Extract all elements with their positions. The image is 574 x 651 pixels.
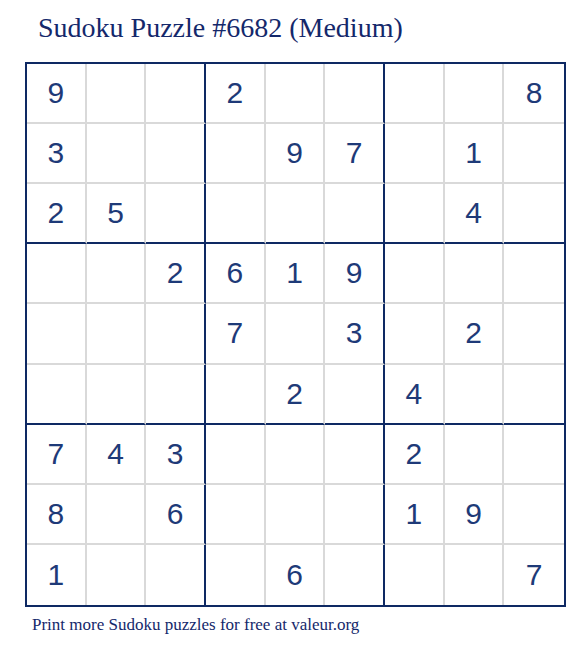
cell-r5c9[interactable] xyxy=(504,304,564,364)
cell-r7c4[interactable] xyxy=(206,425,266,485)
cell-r6c4[interactable] xyxy=(206,365,266,425)
cell-r4c4[interactable]: 6 xyxy=(206,244,266,304)
cell-r4c1[interactable] xyxy=(27,244,87,304)
cell-r9c8[interactable] xyxy=(445,545,505,605)
cell-r2c8[interactable]: 1 xyxy=(445,124,505,184)
cell-r5c4[interactable]: 7 xyxy=(206,304,266,364)
page-title: Sudoku Puzzle #6682 (Medium) xyxy=(38,12,403,44)
cell-r7c8[interactable] xyxy=(445,425,505,485)
cell-r1c3[interactable] xyxy=(146,64,206,124)
cell-r1c1[interactable]: 9 xyxy=(27,64,87,124)
cell-r8c1[interactable]: 8 xyxy=(27,485,87,545)
cell-r1c5[interactable] xyxy=(266,64,326,124)
cell-r1c8[interactable] xyxy=(445,64,505,124)
cell-r2c9[interactable] xyxy=(504,124,564,184)
sudoku-page: Sudoku Puzzle #6682 (Medium) 92839712542… xyxy=(0,0,574,651)
cell-r2c3[interactable] xyxy=(146,124,206,184)
cell-r6c7[interactable]: 4 xyxy=(385,365,445,425)
cell-r6c6[interactable] xyxy=(325,365,385,425)
cell-r1c4[interactable]: 2 xyxy=(206,64,266,124)
cell-r1c9[interactable]: 8 xyxy=(504,64,564,124)
cell-r5c3[interactable] xyxy=(146,304,206,364)
cell-r7c2[interactable]: 4 xyxy=(87,425,147,485)
cell-r7c9[interactable] xyxy=(504,425,564,485)
cell-r8c8[interactable]: 9 xyxy=(445,485,505,545)
cell-r3c6[interactable] xyxy=(325,184,385,244)
cell-r5c8[interactable]: 2 xyxy=(445,304,505,364)
cell-r3c2[interactable]: 5 xyxy=(87,184,147,244)
cell-r7c5[interactable] xyxy=(266,425,326,485)
cell-r9c2[interactable] xyxy=(87,545,147,605)
cell-r3c9[interactable] xyxy=(504,184,564,244)
sudoku-board: 928397125426197322474328619167 xyxy=(25,62,566,607)
cell-r5c5[interactable] xyxy=(266,304,326,364)
cell-r6c2[interactable] xyxy=(87,365,147,425)
cell-r4c7[interactable] xyxy=(385,244,445,304)
cell-r1c2[interactable] xyxy=(87,64,147,124)
cell-r8c5[interactable] xyxy=(266,485,326,545)
cell-r9c5[interactable]: 6 xyxy=(266,545,326,605)
cell-r9c6[interactable] xyxy=(325,545,385,605)
cell-r3c7[interactable] xyxy=(385,184,445,244)
cell-r8c6[interactable] xyxy=(325,485,385,545)
cell-r2c7[interactable] xyxy=(385,124,445,184)
cell-r3c1[interactable]: 2 xyxy=(27,184,87,244)
cell-r6c8[interactable] xyxy=(445,365,505,425)
cell-r3c5[interactable] xyxy=(266,184,326,244)
cell-r9c1[interactable]: 1 xyxy=(27,545,87,605)
cell-r8c2[interactable] xyxy=(87,485,147,545)
cell-r9c4[interactable] xyxy=(206,545,266,605)
cell-r4c8[interactable] xyxy=(445,244,505,304)
cell-r6c9[interactable] xyxy=(504,365,564,425)
cell-r7c1[interactable]: 7 xyxy=(27,425,87,485)
cell-r6c1[interactable] xyxy=(27,365,87,425)
cell-r6c5[interactable]: 2 xyxy=(266,365,326,425)
cell-r8c7[interactable]: 1 xyxy=(385,485,445,545)
cell-r7c7[interactable]: 2 xyxy=(385,425,445,485)
cell-r2c2[interactable] xyxy=(87,124,147,184)
cell-r3c3[interactable] xyxy=(146,184,206,244)
cell-r6c3[interactable] xyxy=(146,365,206,425)
cell-r2c4[interactable] xyxy=(206,124,266,184)
cell-r8c9[interactable] xyxy=(504,485,564,545)
cell-r4c5[interactable]: 1 xyxy=(266,244,326,304)
cell-r4c6[interactable]: 9 xyxy=(325,244,385,304)
cell-r4c2[interactable] xyxy=(87,244,147,304)
cell-r5c1[interactable] xyxy=(27,304,87,364)
cell-r3c4[interactable] xyxy=(206,184,266,244)
cell-r3c8[interactable]: 4 xyxy=(445,184,505,244)
cell-r1c7[interactable] xyxy=(385,64,445,124)
cell-r5c2[interactable] xyxy=(87,304,147,364)
cell-r8c3[interactable]: 6 xyxy=(146,485,206,545)
cell-r2c6[interactable]: 7 xyxy=(325,124,385,184)
cell-r2c5[interactable]: 9 xyxy=(266,124,326,184)
cell-r7c3[interactable]: 3 xyxy=(146,425,206,485)
cell-r9c3[interactable] xyxy=(146,545,206,605)
cell-r5c6[interactable]: 3 xyxy=(325,304,385,364)
cell-r7c6[interactable] xyxy=(325,425,385,485)
cell-r5c7[interactable] xyxy=(385,304,445,364)
cell-r4c3[interactable]: 2 xyxy=(146,244,206,304)
cell-r1c6[interactable] xyxy=(325,64,385,124)
cell-r2c1[interactable]: 3 xyxy=(27,124,87,184)
footer-note: Print more Sudoku puzzles for free at va… xyxy=(32,615,359,635)
cell-r9c9[interactable]: 7 xyxy=(504,545,564,605)
cell-r8c4[interactable] xyxy=(206,485,266,545)
cell-r9c7[interactable] xyxy=(385,545,445,605)
cell-r4c9[interactable] xyxy=(504,244,564,304)
